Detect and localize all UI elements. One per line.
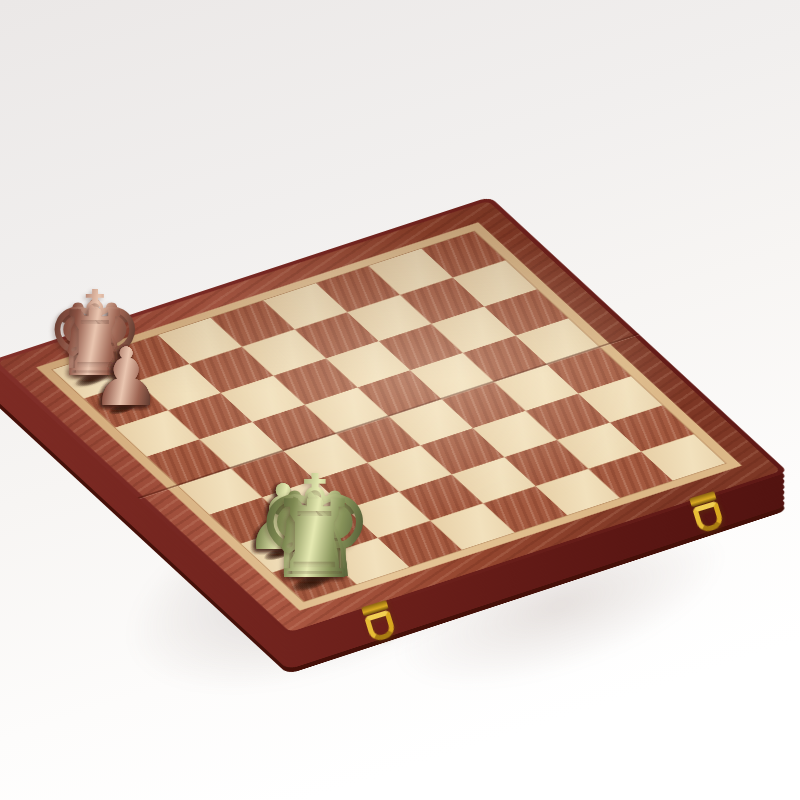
scene: ♜♞♝♛♚♝♞♜♟♟♟♟♟♟♟♟♟♟♟♟♟♟♟♟♜♞♝♛♚♝♞♜	[0, 0, 800, 800]
